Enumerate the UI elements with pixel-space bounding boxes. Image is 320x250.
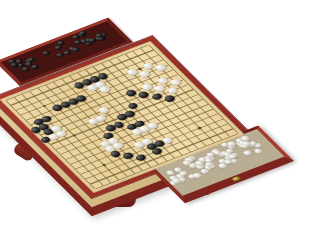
go-set-product-photo (0, 0, 250, 250)
tray-black-stone (54, 45, 64, 51)
tray-black-stone (30, 64, 40, 70)
tray-black-stone (20, 66, 30, 72)
tray-black-stone (41, 50, 51, 56)
tray-black-stone (71, 47, 81, 53)
go-board (0, 35, 250, 199)
